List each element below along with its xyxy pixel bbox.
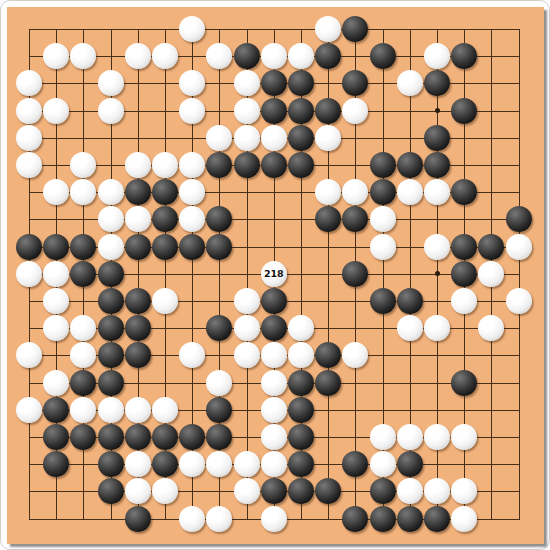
- stone-black: [451, 234, 477, 260]
- stone-black: [288, 478, 314, 504]
- stone-black: [261, 288, 287, 314]
- stone-black: [261, 98, 287, 124]
- stone-black: [288, 70, 314, 96]
- stone-black: [342, 16, 368, 42]
- stone-black: [152, 179, 178, 205]
- stone-white: [16, 98, 42, 124]
- stone-white: [179, 451, 205, 477]
- stone-white: [424, 43, 450, 69]
- stone-black: [342, 451, 368, 477]
- stone-black: [234, 152, 260, 178]
- stone-black: [70, 370, 96, 396]
- move-number-label: 218: [261, 261, 287, 287]
- stone-white: [342, 179, 368, 205]
- stone-black: [234, 43, 260, 69]
- stone-white: [234, 70, 260, 96]
- stone-white: [370, 451, 396, 477]
- stone-white: [234, 125, 260, 151]
- stone-black: [98, 288, 124, 314]
- stone-white: [342, 342, 368, 368]
- stone-black: [397, 506, 423, 532]
- stone-white: [206, 125, 232, 151]
- stone-black: [315, 370, 341, 396]
- stone-white: [98, 206, 124, 232]
- stone-white: [16, 70, 42, 96]
- stone-white: [179, 206, 205, 232]
- stone-white: [43, 261, 69, 287]
- stone-white: [234, 315, 260, 341]
- stone-white: [43, 288, 69, 314]
- stone-black: [152, 424, 178, 450]
- stone-white: [179, 152, 205, 178]
- stone-black: [342, 70, 368, 96]
- stone-black: [125, 424, 151, 450]
- stone-black: [370, 43, 396, 69]
- stone-white: [451, 424, 477, 450]
- stone-white: [43, 179, 69, 205]
- stone-black: [261, 70, 287, 96]
- stone-white: [70, 43, 96, 69]
- star-point: [435, 108, 440, 113]
- stone-white: [315, 16, 341, 42]
- stone-black: [70, 234, 96, 260]
- stone-white: [288, 342, 314, 368]
- stone-white: [261, 125, 287, 151]
- stone-black: [125, 288, 151, 314]
- stone-white: [179, 70, 205, 96]
- stone-white: [16, 125, 42, 151]
- stone-black: [370, 478, 396, 504]
- stone-white: [70, 315, 96, 341]
- stone-white: [98, 98, 124, 124]
- stone-black: [424, 70, 450, 96]
- stone-black: [43, 234, 69, 260]
- stone-white: [43, 370, 69, 396]
- stone-white: [451, 478, 477, 504]
- stone-white: [424, 315, 450, 341]
- stone-white: [261, 342, 287, 368]
- stone-black: [152, 206, 178, 232]
- stone-white: [43, 315, 69, 341]
- stone-white: [478, 315, 504, 341]
- stone-black: [43, 424, 69, 450]
- stone-white: [125, 152, 151, 178]
- stone-black: [451, 98, 477, 124]
- stone-black: [179, 234, 205, 260]
- stone-black: [451, 370, 477, 396]
- stone-white: [424, 234, 450, 260]
- stone-black: [98, 424, 124, 450]
- stone-black: [424, 506, 450, 532]
- stone-white: [70, 342, 96, 368]
- stone-black: [342, 261, 368, 287]
- stone-black: [152, 234, 178, 260]
- stone-black: [370, 506, 396, 532]
- stone-black: [43, 451, 69, 477]
- stone-white: [152, 397, 178, 423]
- stone-white: [506, 234, 532, 260]
- stone-black: [206, 206, 232, 232]
- stone-white: [506, 288, 532, 314]
- stone-white: [261, 424, 287, 450]
- stone-white: [424, 424, 450, 450]
- stone-black: [288, 397, 314, 423]
- stone-black: [451, 43, 477, 69]
- stone-black: [98, 478, 124, 504]
- stone-white: [234, 98, 260, 124]
- stone-white: [152, 288, 178, 314]
- stone-white: [125, 478, 151, 504]
- stone-black: [342, 206, 368, 232]
- stone-black: [370, 288, 396, 314]
- stone-white: [16, 152, 42, 178]
- grid-line-v: [519, 29, 520, 520]
- stone-white: [179, 179, 205, 205]
- stone-black: [125, 315, 151, 341]
- stone-black: [261, 478, 287, 504]
- stone-white: [152, 152, 178, 178]
- stone-black: [424, 152, 450, 178]
- stone-black: [397, 451, 423, 477]
- stone-white: [478, 261, 504, 287]
- stone-white: [179, 16, 205, 42]
- stone-white: [70, 152, 96, 178]
- stone-white: [98, 397, 124, 423]
- stone-white: [234, 478, 260, 504]
- stone-white: [152, 43, 178, 69]
- stone-black: [424, 125, 450, 151]
- stone-white: [70, 397, 96, 423]
- stone-black: [70, 424, 96, 450]
- stone-white: [424, 179, 450, 205]
- marked-stone: 218: [261, 261, 287, 287]
- stone-white: [397, 478, 423, 504]
- stone-white: [261, 451, 287, 477]
- stone-white: [98, 179, 124, 205]
- stone-black: [98, 315, 124, 341]
- stone-white: [206, 370, 232, 396]
- stone-white: [125, 397, 151, 423]
- stone-black: [43, 397, 69, 423]
- stone-white: [43, 43, 69, 69]
- stone-black: [125, 179, 151, 205]
- screenshot-frame: 218: [0, 0, 550, 550]
- stone-white: [16, 261, 42, 287]
- stone-black: [288, 451, 314, 477]
- stone-white: [125, 206, 151, 232]
- stone-white: [179, 98, 205, 124]
- stone-black: [98, 261, 124, 287]
- stone-black: [315, 478, 341, 504]
- stone-white: [98, 234, 124, 260]
- stone-white: [261, 397, 287, 423]
- stone-black: [370, 152, 396, 178]
- stone-black: [206, 152, 232, 178]
- go-board[interactable]: 218: [7, 7, 544, 544]
- stone-white: [370, 206, 396, 232]
- stone-white: [342, 98, 368, 124]
- stone-black: [261, 315, 287, 341]
- stone-black: [288, 370, 314, 396]
- stone-white: [451, 506, 477, 532]
- stone-black: [98, 370, 124, 396]
- stone-black: [206, 397, 232, 423]
- stone-black: [315, 43, 341, 69]
- stone-black: [478, 234, 504, 260]
- stone-black: [98, 451, 124, 477]
- stone-white: [234, 451, 260, 477]
- stone-black: [206, 234, 232, 260]
- stone-white: [261, 370, 287, 396]
- stone-black: [179, 424, 205, 450]
- stone-white: [16, 342, 42, 368]
- stone-white: [451, 288, 477, 314]
- stone-black: [152, 451, 178, 477]
- stone-black: [70, 261, 96, 287]
- stone-white: [424, 478, 450, 504]
- stone-white: [261, 506, 287, 532]
- stone-black: [125, 342, 151, 368]
- stone-black: [451, 261, 477, 287]
- stone-white: [370, 424, 396, 450]
- stone-white: [206, 451, 232, 477]
- stone-white: [206, 43, 232, 69]
- stone-white: [16, 397, 42, 423]
- stone-black: [451, 179, 477, 205]
- stone-black: [315, 206, 341, 232]
- stone-white: [397, 424, 423, 450]
- stone-white: [206, 506, 232, 532]
- stone-black: [206, 315, 232, 341]
- stone-white: [152, 478, 178, 504]
- stone-black: [370, 179, 396, 205]
- star-point: [435, 271, 440, 276]
- stone-white: [179, 342, 205, 368]
- stone-white: [179, 506, 205, 532]
- stone-white: [125, 43, 151, 69]
- stone-white: [397, 315, 423, 341]
- stone-white: [288, 43, 314, 69]
- stone-black: [397, 152, 423, 178]
- stone-white: [397, 70, 423, 96]
- stone-black: [288, 125, 314, 151]
- stone-white: [288, 315, 314, 341]
- stone-white: [370, 234, 396, 260]
- stone-black: [506, 206, 532, 232]
- stone-white: [43, 98, 69, 124]
- stone-black: [261, 152, 287, 178]
- stone-black: [315, 98, 341, 124]
- stone-black: [315, 342, 341, 368]
- stone-black: [206, 424, 232, 450]
- stone-black: [288, 152, 314, 178]
- stone-black: [288, 424, 314, 450]
- stone-white: [234, 342, 260, 368]
- stone-black: [16, 234, 42, 260]
- stone-white: [397, 179, 423, 205]
- stone-white: [234, 288, 260, 314]
- stone-white: [98, 70, 124, 96]
- stone-black: [125, 506, 151, 532]
- stone-white: [125, 451, 151, 477]
- stone-white: [315, 125, 341, 151]
- stone-black: [342, 506, 368, 532]
- stone-white: [70, 179, 96, 205]
- stone-black: [397, 288, 423, 314]
- stone-white: [261, 43, 287, 69]
- stone-black: [98, 342, 124, 368]
- stone-black: [288, 98, 314, 124]
- stone-black: [125, 234, 151, 260]
- stone-white: [315, 179, 341, 205]
